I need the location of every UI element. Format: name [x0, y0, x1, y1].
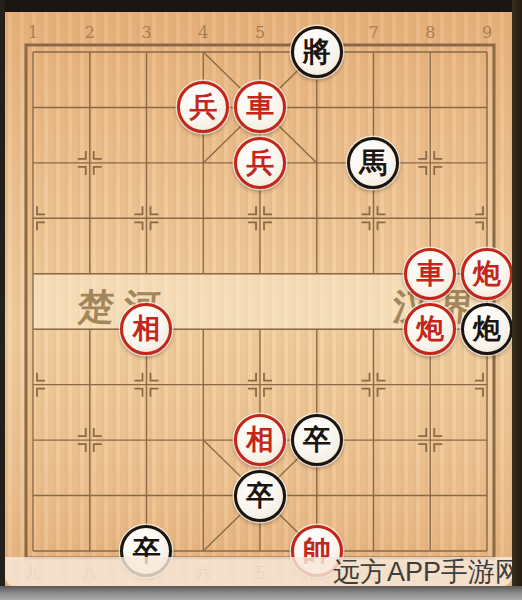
piece-black-soldier[interactable]: 卒 — [234, 470, 286, 522]
piece-red-chariot[interactable]: 車 — [234, 81, 286, 133]
watermark: 远方APP手游网 — [333, 558, 522, 588]
piece-red-soldier[interactable]: 兵 — [177, 81, 229, 133]
piece-red-elephant[interactable]: 相 — [120, 303, 172, 355]
piece-black-horse[interactable]: 馬 — [347, 137, 399, 189]
top-border-strip — [0, 0, 522, 12]
piece-red-chariot[interactable]: 車 — [404, 248, 456, 300]
piece-red-cannon[interactable]: 炮 — [404, 303, 456, 355]
right-border-strip — [512, 0, 522, 586]
piece-black-soldier[interactable]: 卒 — [291, 414, 343, 466]
xiangqi-app-window: 123456789 楚河 汉界 九八七六五四三二一 將兵車兵馬車炮相炮炮相卒卒卒… — [0, 0, 522, 600]
left-border-strip — [0, 0, 5, 586]
piece-red-cannon[interactable]: 炮 — [461, 248, 513, 300]
piece-black-general[interactable]: 將 — [291, 26, 343, 78]
piece-grid: 將兵車兵馬車炮相炮炮相卒卒卒帥 — [5, 24, 516, 578]
piece-red-elephant[interactable]: 相 — [234, 414, 286, 466]
piece-black-cannon[interactable]: 炮 — [461, 303, 513, 355]
bottom-border-strip — [0, 586, 522, 600]
piece-red-soldier[interactable]: 兵 — [234, 137, 286, 189]
